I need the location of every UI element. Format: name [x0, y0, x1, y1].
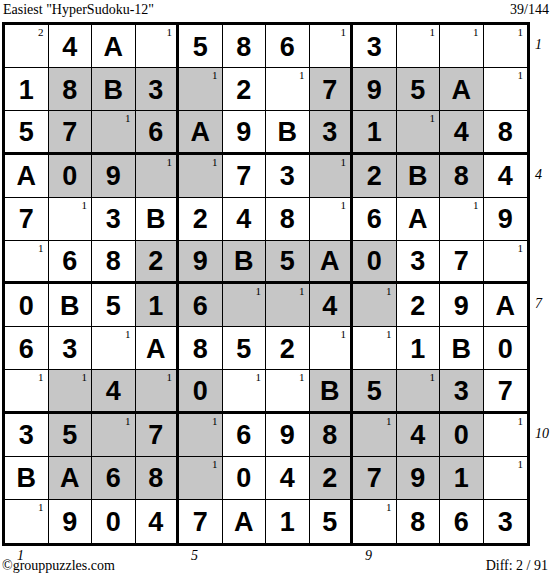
cell-value: 5: [106, 293, 121, 320]
cell-r10c3[interactable]: 1: [92, 414, 136, 457]
cell-value: A: [320, 248, 340, 275]
cell-value: 2: [322, 465, 337, 492]
cell-r1c4[interactable]: 1: [136, 25, 180, 68]
cell-r4c8[interactable]: 1: [310, 155, 354, 198]
cell-r3c4[interactable]: 6: [136, 111, 180, 154]
cell-r2c4[interactable]: 3: [136, 68, 180, 111]
cell-r5c12[interactable]: 9: [484, 198, 528, 241]
cell-r2c7[interactable]: 1: [266, 68, 310, 111]
cell-r10c8[interactable]: 8: [310, 414, 354, 457]
cell-r6c4[interactable]: 2: [136, 241, 180, 284]
cell-r6c6[interactable]: B: [223, 241, 267, 284]
cell-annotation: 1: [167, 156, 173, 168]
cell-value: 7: [236, 163, 251, 190]
cell-r3c8[interactable]: 3: [310, 111, 354, 154]
cell-r8c11[interactable]: B: [440, 327, 484, 370]
cell-value: 5: [236, 336, 251, 363]
cell-r4c11[interactable]: 8: [440, 155, 484, 198]
cell-value: 6: [454, 509, 469, 536]
cell-r1c9[interactable]: 3: [353, 25, 397, 68]
cell-value: A: [17, 163, 37, 190]
cell-value: 3: [19, 422, 34, 449]
cell-r12c10[interactable]: 8: [397, 500, 441, 543]
cell-value: 5: [322, 509, 337, 536]
cell-r10c12[interactable]: 1: [484, 414, 528, 457]
cell-r11c2[interactable]: A: [49, 457, 93, 500]
cell-r6c2[interactable]: 6: [49, 241, 93, 284]
cell-value: 0: [454, 422, 469, 449]
cell-value: 7: [62, 119, 77, 146]
cell-annotation: 1: [212, 458, 218, 470]
cell-value: 2: [410, 293, 425, 320]
cell-r12c11[interactable]: 6: [440, 500, 484, 543]
cell-r10c5[interactable]: 1: [179, 414, 223, 457]
cell-value: 7: [454, 248, 469, 275]
cell-value: B: [104, 77, 124, 104]
cell-r7c2[interactable]: B: [49, 284, 93, 327]
cell-r11c7[interactable]: 4: [266, 457, 310, 500]
cell-value: 0: [193, 378, 208, 405]
cell-r2c12[interactable]: 1: [484, 68, 528, 111]
cell-r3c9[interactable]: 1: [353, 111, 397, 154]
cell-r10c10[interactable]: 4: [397, 414, 441, 457]
cell-annotation: 1: [518, 242, 524, 254]
cell-value: 3: [62, 336, 77, 363]
row-label-7: 7: [535, 297, 542, 311]
cell-value: 6: [148, 119, 163, 146]
cell-r10c1[interactable]: 3: [5, 414, 49, 457]
cell-annotation: 1: [299, 69, 305, 81]
cell-value: 1: [19, 77, 34, 104]
cell-annotation: 1: [299, 371, 305, 383]
cell-r5c8[interactable]: 1: [310, 198, 354, 241]
cell-r3c10[interactable]: 1: [397, 111, 441, 154]
cell-r12c12[interactable]: 3: [484, 500, 528, 543]
cell-value: 7: [193, 509, 208, 536]
cell-value: 9: [454, 293, 469, 320]
cell-value: 8: [322, 422, 337, 449]
cell-r8c2[interactable]: 3: [49, 327, 93, 370]
cell-value: A: [146, 336, 166, 363]
cell-value: 2: [236, 77, 251, 104]
cell-annotation: 1: [386, 328, 392, 340]
cell-r7c5[interactable]: 6: [179, 284, 223, 327]
cell-r4c7[interactable]: 3: [266, 155, 310, 198]
cell-value: 1: [454, 465, 469, 492]
cell-r5c7[interactable]: 8: [266, 198, 310, 241]
cell-r3c3[interactable]: 1: [92, 111, 136, 154]
cell-annotation: 1: [341, 156, 347, 168]
cell-r5c3[interactable]: 3: [92, 198, 136, 241]
cell-r5c4[interactable]: B: [136, 198, 180, 241]
cell-value: 4: [236, 206, 251, 233]
cell-r7c10[interactable]: 2: [397, 284, 441, 327]
cell-value: 9: [410, 465, 425, 492]
cell-r1c5[interactable]: 5: [179, 25, 223, 68]
cell-value: 0: [236, 465, 251, 492]
cell-r8c10[interactable]: 1: [397, 327, 441, 370]
cell-annotation: 1: [125, 112, 131, 124]
cell-annotation: 1: [430, 26, 436, 38]
cell-value: 7: [322, 77, 337, 104]
cell-annotation: 1: [82, 199, 88, 211]
cell-value: 4: [62, 34, 77, 61]
cell-r11c10[interactable]: 9: [397, 457, 441, 500]
cell-r3c7[interactable]: B: [266, 111, 310, 154]
cell-r8c4[interactable]: A: [136, 327, 180, 370]
cell-r10c6[interactable]: 6: [223, 414, 267, 457]
cell-r6c7[interactable]: 5: [266, 241, 310, 284]
cell-r4c4[interactable]: 1: [136, 155, 180, 198]
cell-annotation: 2: [38, 26, 44, 38]
cell-value: 7: [498, 378, 513, 405]
cell-r12c1[interactable]: 1: [5, 500, 49, 543]
cell-r3c2[interactable]: 7: [49, 111, 93, 154]
credit-text: ©grouppuzzles.com: [2, 558, 115, 574]
cell-r7c6[interactable]: 1: [223, 284, 267, 327]
cell-r2c3[interactable]: B: [92, 68, 136, 111]
cell-r9c6[interactable]: 1: [223, 370, 267, 413]
cell-value: 4: [322, 293, 337, 320]
cell-r1c1[interactable]: 2: [5, 25, 49, 68]
cell-value: 8: [410, 509, 425, 536]
cell-annotation: 1: [82, 371, 88, 383]
cell-annotation: 1: [38, 501, 44, 513]
cell-value: 0: [367, 248, 382, 275]
cell-value: 5: [193, 34, 208, 61]
cell-value: A: [496, 293, 516, 320]
cell-value: 6: [193, 293, 208, 320]
cell-value: 6: [106, 465, 121, 492]
cell-annotation: 1: [38, 242, 44, 254]
cell-r12c8[interactable]: 5: [310, 500, 354, 543]
cell-r12c3[interactable]: 0: [92, 500, 136, 543]
cell-r11c3[interactable]: 6: [92, 457, 136, 500]
cell-r9c10[interactable]: 1: [397, 370, 441, 413]
cell-r10c4[interactable]: 7: [136, 414, 180, 457]
cell-value: 9: [236, 119, 251, 146]
cell-value: B: [146, 206, 166, 233]
cell-value: 3: [106, 206, 121, 233]
cell-r6c10[interactable]: 3: [397, 241, 441, 284]
cell-value: 0: [19, 293, 34, 320]
cell-r9c4[interactable]: 1: [136, 370, 180, 413]
cell-annotation: 1: [167, 371, 173, 383]
cell-r2c2[interactable]: 8: [49, 68, 93, 111]
cell-r1c6[interactable]: 8: [223, 25, 267, 68]
cell-value: B: [452, 336, 472, 363]
row-label-4: 4: [535, 168, 542, 182]
row-label-10: 10: [535, 427, 549, 441]
cell-r9c11[interactable]: 3: [440, 370, 484, 413]
cell-value: 6: [19, 336, 34, 363]
cell-value: 5: [280, 248, 295, 275]
cell-r2c11[interactable]: A: [440, 68, 484, 111]
cell-r3c6[interactable]: 9: [223, 111, 267, 154]
cell-r11c9[interactable]: 7: [353, 457, 397, 500]
cell-value: 2: [148, 248, 163, 275]
cell-value: B: [408, 163, 428, 190]
cell-value: 3: [148, 77, 163, 104]
cell-value: 5: [62, 422, 77, 449]
cell-r4c9[interactable]: 2: [353, 155, 397, 198]
cell-value: 6: [236, 422, 251, 449]
cell-value: 7: [367, 465, 382, 492]
cell-r5c2[interactable]: 1: [49, 198, 93, 241]
cell-value: 4: [498, 163, 513, 190]
cell-r4c3[interactable]: 9: [92, 155, 136, 198]
cell-r6c8[interactable]: A: [310, 241, 354, 284]
cell-value: 8: [62, 77, 77, 104]
cell-annotation: 1: [256, 371, 262, 383]
cell-value: 2: [193, 206, 208, 233]
cell-r11c8[interactable]: 2: [310, 457, 354, 500]
cell-annotation: 1: [212, 415, 218, 427]
cell-r4c2[interactable]: 0: [49, 155, 93, 198]
cell-r1c2[interactable]: 4: [49, 25, 93, 68]
cell-value: A: [408, 206, 428, 233]
cell-r3c12[interactable]: 8: [484, 111, 528, 154]
cell-r8c1[interactable]: 6: [5, 327, 49, 370]
cell-r5c9[interactable]: 6: [353, 198, 397, 241]
cell-value: 7: [148, 422, 163, 449]
cell-r8c8[interactable]: 1: [310, 327, 354, 370]
cell-value: 8: [106, 248, 121, 275]
cell-r10c2[interactable]: 5: [49, 414, 93, 457]
cell-r7c11[interactable]: 9: [440, 284, 484, 327]
col-label-9: 9: [365, 549, 372, 563]
cell-r4c5[interactable]: 1: [179, 155, 223, 198]
cell-value: 8: [193, 336, 208, 363]
cell-r9c8[interactable]: B: [310, 370, 354, 413]
cell-r2c6[interactable]: 2: [223, 68, 267, 111]
cell-r9c9[interactable]: 5: [353, 370, 397, 413]
cell-r8c9[interactable]: 1: [353, 327, 397, 370]
cell-annotation: 1: [167, 26, 173, 38]
cell-value: B: [17, 465, 37, 492]
cell-r7c9[interactable]: 1: [353, 284, 397, 327]
col-label-5: 5: [191, 549, 198, 563]
cell-value: 4: [280, 465, 295, 492]
cell-r5c11[interactable]: 1: [440, 198, 484, 241]
cell-r12c4[interactable]: 4: [136, 500, 180, 543]
cell-annotation: 1: [518, 26, 524, 38]
cell-value: 7: [19, 206, 34, 233]
cell-r1c12[interactable]: 1: [484, 25, 528, 68]
cell-annotation: 1: [341, 26, 347, 38]
cell-value: 1: [280, 509, 295, 536]
row-label-1: 1: [535, 38, 542, 52]
cell-annotation: 1: [430, 112, 436, 124]
cell-value: A: [60, 465, 80, 492]
cell-r11c6[interactable]: 0: [223, 457, 267, 500]
cell-r12c5[interactable]: 7: [179, 500, 223, 543]
cell-value: 9: [193, 248, 208, 275]
cell-r3c11[interactable]: 4: [440, 111, 484, 154]
cell-value: 4: [410, 422, 425, 449]
cell-annotation: 1: [341, 199, 347, 211]
cell-value: 3: [322, 119, 337, 146]
cell-annotation: 1: [125, 415, 131, 427]
cell-annotation: 1: [518, 69, 524, 81]
cell-value: 3: [280, 163, 295, 190]
cell-r6c9[interactable]: 0: [353, 241, 397, 284]
cell-value: A: [234, 509, 254, 536]
cell-r2c5[interactable]: 1: [179, 68, 223, 111]
cell-value: 8: [148, 465, 163, 492]
cell-r11c1[interactable]: B: [5, 457, 49, 500]
cell-value: 6: [62, 248, 77, 275]
cell-value: B: [234, 248, 254, 275]
cell-r6c11[interactable]: 7: [440, 241, 484, 284]
cell-r5c10[interactable]: A: [397, 198, 441, 241]
cell-r2c8[interactable]: 7: [310, 68, 354, 111]
cell-r6c3[interactable]: 8: [92, 241, 136, 284]
cell-r12c6[interactable]: A: [223, 500, 267, 543]
cell-r1c3[interactable]: A: [92, 25, 136, 68]
cell-value: A: [191, 119, 211, 146]
cell-r7c7[interactable]: 1: [266, 284, 310, 327]
cell-r12c7[interactable]: 1: [266, 500, 310, 543]
cell-value: 9: [62, 509, 77, 536]
cell-annotation: 1: [256, 285, 262, 297]
cell-r12c9[interactable]: 1: [353, 500, 397, 543]
cell-annotation: 1: [299, 285, 305, 297]
cell-r4c1[interactable]: A: [5, 155, 49, 198]
cell-value: 1: [148, 293, 163, 320]
cell-value: 3: [410, 248, 425, 275]
cell-value: 8: [236, 34, 251, 61]
cell-r11c11[interactable]: 1: [440, 457, 484, 500]
cell-r7c12[interactable]: A: [484, 284, 528, 327]
cell-r8c12[interactable]: 0: [484, 327, 528, 370]
cell-value: A: [452, 77, 472, 104]
cell-r1c7[interactable]: 6: [266, 25, 310, 68]
cell-r5c5[interactable]: 2: [179, 198, 223, 241]
cell-value: 2: [367, 163, 382, 190]
cell-r9c7[interactable]: 1: [266, 370, 310, 413]
cell-annotation: 1: [386, 501, 392, 513]
cell-value: 8: [498, 119, 513, 146]
cell-r5c1[interactable]: 7: [5, 198, 49, 241]
cell-r6c5[interactable]: 9: [179, 241, 223, 284]
cell-r12c2[interactable]: 9: [49, 500, 93, 543]
cell-r11c4[interactable]: 8: [136, 457, 180, 500]
cell-value: 1: [367, 119, 382, 146]
cell-value: 9: [498, 206, 513, 233]
cell-annotation: 1: [38, 371, 44, 383]
cell-annotation: 1: [386, 415, 392, 427]
cell-r8c6[interactable]: 5: [223, 327, 267, 370]
cell-r1c11[interactable]: 1: [440, 25, 484, 68]
cell-r11c5[interactable]: 1: [179, 457, 223, 500]
cell-r7c1[interactable]: 0: [5, 284, 49, 327]
cell-r4c10[interactable]: B: [397, 155, 441, 198]
cell-r9c5[interactable]: 0: [179, 370, 223, 413]
cell-value: 2: [280, 336, 295, 363]
cell-r9c3[interactable]: 4: [92, 370, 136, 413]
cell-r8c7[interactable]: 2: [266, 327, 310, 370]
cell-value: 4: [106, 378, 121, 405]
cell-value: A: [104, 34, 124, 61]
cell-value: 3: [454, 378, 469, 405]
cell-value: 0: [498, 336, 513, 363]
cell-r7c4[interactable]: 1: [136, 284, 180, 327]
cell-value: 3: [498, 509, 513, 536]
cell-annotation: 1: [212, 69, 218, 81]
cell-r1c10[interactable]: 1: [397, 25, 441, 68]
cell-value: 9: [106, 163, 121, 190]
cell-annotation: 1: [212, 156, 218, 168]
cell-r10c11[interactable]: 0: [440, 414, 484, 457]
cell-r3c5[interactable]: A: [179, 111, 223, 154]
cell-value: 6: [367, 206, 382, 233]
cell-annotation: 1: [473, 26, 479, 38]
cell-value: 8: [280, 206, 295, 233]
cell-r11c12[interactable]: 1: [484, 457, 528, 500]
cell-r9c2[interactable]: 1: [49, 370, 93, 413]
cell-r8c3[interactable]: 1: [92, 327, 136, 370]
cell-r10c7[interactable]: 9: [266, 414, 310, 457]
cell-r1c8[interactable]: 1: [310, 25, 354, 68]
cell-value: 9: [280, 422, 295, 449]
cell-annotation: 1: [518, 458, 524, 470]
cell-value: 8: [454, 163, 469, 190]
cell-r8c5[interactable]: 8: [179, 327, 223, 370]
cell-r7c8[interactable]: 4: [310, 284, 354, 327]
cell-r6c1[interactable]: 1: [5, 241, 49, 284]
puzzle-title: Easiest "HyperSudoku-12": [3, 2, 154, 18]
cell-value: 4: [454, 119, 469, 146]
cell-value: 3: [367, 34, 382, 61]
cell-value: B: [278, 119, 298, 146]
cell-r9c1[interactable]: 1: [5, 370, 49, 413]
cell-annotation: 1: [341, 328, 347, 340]
cell-r2c9[interactable]: 9: [353, 68, 397, 111]
cell-value: 0: [62, 163, 77, 190]
cell-r2c1[interactable]: 1: [5, 68, 49, 111]
cell-r2c10[interactable]: 5: [397, 68, 441, 111]
puzzle-counter: 39/144: [510, 2, 549, 18]
cell-value: 5: [19, 119, 34, 146]
cell-r4c6[interactable]: 7: [223, 155, 267, 198]
cell-annotation: 1: [386, 285, 392, 297]
cell-value: 9: [367, 77, 382, 104]
cell-value: 5: [367, 378, 382, 405]
cell-r4c12[interactable]: 4: [484, 155, 528, 198]
cell-r5c6[interactable]: 4: [223, 198, 267, 241]
cell-annotation: 1: [473, 199, 479, 211]
cell-r10c9[interactable]: 1: [353, 414, 397, 457]
cell-r7c3[interactable]: 5: [92, 284, 136, 327]
cell-value: 4: [148, 509, 163, 536]
cell-value: 1: [410, 336, 425, 363]
difficulty-text: Diff: 2 / 91: [486, 558, 548, 574]
cell-annotation: 1: [430, 371, 436, 383]
cell-value: 6: [280, 34, 295, 61]
cell-r9c12[interactable]: 7: [484, 370, 528, 413]
cell-annotation: 1: [518, 415, 524, 427]
cell-r3c1[interactable]: 5: [5, 111, 49, 154]
cell-value: B: [60, 293, 80, 320]
cell-value: B: [320, 378, 340, 405]
cell-annotation: 1: [125, 328, 131, 340]
cell-value: 5: [410, 77, 425, 104]
cell-value: 0: [106, 509, 121, 536]
sudoku-board: 24A15861311118B3121795A15716A9B31148A091…: [2, 22, 530, 546]
cell-r6c12[interactable]: 1: [484, 241, 528, 284]
